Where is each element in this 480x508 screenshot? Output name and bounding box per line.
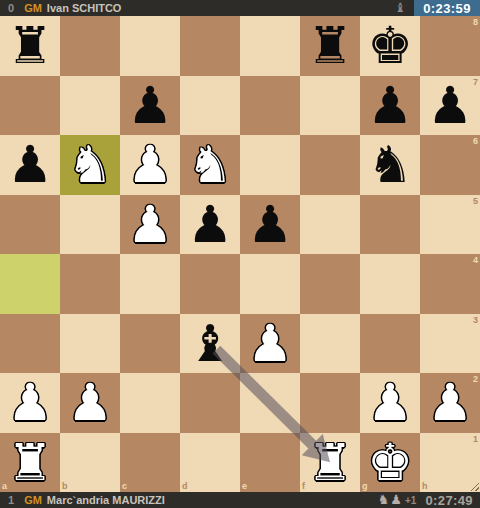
square-a7[interactable] — [0, 76, 60, 136]
rank-label-6: 6 — [473, 137, 478, 146]
square-c2[interactable] — [120, 373, 180, 433]
top-captured-bishop-icon: ♝ — [394, 0, 406, 16]
piece-black-pawn[interactable]: ♟ — [360, 76, 420, 136]
piece-white-knight[interactable]: ♞ — [180, 135, 240, 195]
file-label-h: h — [422, 482, 428, 491]
piece-white-pawn[interactable]: ♟ — [120, 195, 180, 255]
rank-label-7: 7 — [473, 78, 478, 87]
square-d3[interactable]: ♝ — [180, 314, 240, 374]
bottom-player-name[interactable]: Marc`andria MAURIZZI — [47, 494, 165, 506]
square-g7[interactable]: ♟ — [360, 76, 420, 136]
square-f8[interactable]: ♜ — [300, 16, 360, 76]
top-player-score: 0 — [8, 2, 14, 14]
square-h7[interactable]: ♟7 — [420, 76, 480, 136]
square-g5[interactable] — [360, 195, 420, 255]
board-grid: ♜♜♚8♟♟♟7♟♞♟♞♞6♟♟♟54♝♟3♟♟♟♟2♜abcde♜f♚g1h — [0, 16, 480, 492]
square-c6[interactable]: ♟ — [120, 135, 180, 195]
piece-white-pawn[interactable]: ♟ — [420, 373, 480, 433]
piece-black-rook[interactable]: ♜ — [0, 16, 60, 76]
rank-label-8: 8 — [473, 18, 478, 27]
square-b6[interactable]: ♞ — [60, 135, 120, 195]
square-b1[interactable]: b — [60, 433, 120, 493]
file-label-d: d — [182, 482, 188, 491]
piece-black-pawn[interactable]: ♟ — [120, 76, 180, 136]
file-label-b: b — [62, 482, 68, 491]
square-g1[interactable]: ♚g — [360, 433, 420, 493]
piece-white-pawn[interactable]: ♟ — [360, 373, 420, 433]
square-a4[interactable] — [0, 254, 60, 314]
square-e4[interactable] — [240, 254, 300, 314]
piece-black-knight[interactable]: ♞ — [360, 135, 420, 195]
square-a1[interactable]: ♜a — [0, 433, 60, 493]
square-c7[interactable]: ♟ — [120, 76, 180, 136]
square-h1[interactable]: 1h — [420, 433, 480, 493]
square-b7[interactable] — [60, 76, 120, 136]
top-player-bar: 0 GM Ivan SCHITCO ♝ 0:23:59 — [0, 0, 480, 16]
square-d2[interactable] — [180, 373, 240, 433]
square-b3[interactable] — [60, 314, 120, 374]
bottom-player-title: GM — [24, 494, 42, 506]
square-f4[interactable] — [300, 254, 360, 314]
rank-label-2: 2 — [473, 375, 478, 384]
square-f3[interactable] — [300, 314, 360, 374]
square-e3[interactable]: ♟ — [240, 314, 300, 374]
top-player-name[interactable]: Ivan SCHITCO — [47, 2, 122, 14]
file-label-a: a — [2, 482, 7, 491]
piece-black-rook[interactable]: ♜ — [300, 16, 360, 76]
piece-black-bishop[interactable]: ♝ — [180, 314, 240, 374]
rank-label-3: 3 — [473, 316, 478, 325]
square-h8[interactable]: 8 — [420, 16, 480, 76]
square-b5[interactable] — [60, 195, 120, 255]
chess-tv-app: 0 GM Ivan SCHITCO ♝ 0:23:59 ♜♜♚8♟♟♟7♟♞♟♞… — [0, 0, 480, 508]
square-a6[interactable]: ♟ — [0, 135, 60, 195]
bottom-player-score: 1 — [8, 494, 14, 506]
square-g4[interactable] — [360, 254, 420, 314]
bottom-captured-knight-icon: ♞ — [378, 492, 390, 508]
top-player-title: GM — [24, 2, 42, 14]
piece-black-pawn[interactable]: ♟ — [240, 195, 300, 255]
square-g2[interactable]: ♟ — [360, 373, 420, 433]
piece-black-pawn[interactable]: ♟ — [420, 76, 480, 136]
square-e6[interactable] — [240, 135, 300, 195]
square-h5[interactable]: 5 — [420, 195, 480, 255]
square-g3[interactable] — [360, 314, 420, 374]
rank-label-5: 5 — [473, 197, 478, 206]
bottom-player-bar: 1 GM Marc`andria MAURIZZI ♞♟ +1 0:27:49 — [0, 492, 480, 508]
file-label-c: c — [122, 482, 127, 491]
square-a5[interactable] — [0, 195, 60, 255]
square-h4[interactable]: 4 — [420, 254, 480, 314]
square-e7[interactable] — [240, 76, 300, 136]
square-h6[interactable]: 6 — [420, 135, 480, 195]
square-f5[interactable] — [300, 195, 360, 255]
material-diff-badge: +1 — [405, 495, 416, 506]
square-d4[interactable] — [180, 254, 240, 314]
piece-black-pawn[interactable]: ♟ — [180, 195, 240, 255]
piece-white-rook[interactable]: ♜ — [0, 433, 60, 493]
square-h3[interactable]: 3 — [420, 314, 480, 374]
square-d1[interactable]: d — [180, 433, 240, 493]
rank-label-4: 4 — [473, 256, 478, 265]
piece-white-pawn[interactable]: ♟ — [0, 373, 60, 433]
piece-white-pawn[interactable]: ♟ — [60, 373, 120, 433]
square-h2[interactable]: ♟2 — [420, 373, 480, 433]
square-c1[interactable]: c — [120, 433, 180, 493]
square-e2[interactable] — [240, 373, 300, 433]
bottom-player-captured-material: ♞♟ — [378, 492, 403, 508]
top-player-captured-material: ♝ — [394, 0, 407, 16]
square-b4[interactable] — [60, 254, 120, 314]
square-f1[interactable]: ♜f — [300, 433, 360, 493]
square-d6[interactable]: ♞ — [180, 135, 240, 195]
square-f6[interactable] — [300, 135, 360, 195]
bottom-captured-pawn-icon: ♟ — [390, 492, 402, 508]
square-a2[interactable]: ♟ — [0, 373, 60, 433]
square-c5[interactable]: ♟ — [120, 195, 180, 255]
bottom-player-clock: 0:27:49 — [418, 492, 480, 508]
square-g8[interactable]: ♚ — [360, 16, 420, 76]
piece-white-rook[interactable]: ♜ — [300, 433, 360, 493]
piece-black-pawn[interactable]: ♟ — [0, 135, 60, 195]
square-b8[interactable] — [60, 16, 120, 76]
rank-label-1: 1 — [473, 435, 478, 444]
square-g6[interactable]: ♞ — [360, 135, 420, 195]
square-e1[interactable]: e — [240, 433, 300, 493]
piece-white-king[interactable]: ♚ — [360, 433, 420, 493]
square-c4[interactable] — [120, 254, 180, 314]
square-b2[interactable]: ♟ — [60, 373, 120, 433]
square-d5[interactable]: ♟ — [180, 195, 240, 255]
square-d7[interactable] — [180, 76, 240, 136]
piece-black-king[interactable]: ♚ — [360, 16, 420, 76]
square-d8[interactable] — [180, 16, 240, 76]
square-e5[interactable]: ♟ — [240, 195, 300, 255]
file-label-g: g — [362, 482, 368, 491]
chess-board: ♜♜♚8♟♟♟7♟♞♟♞♞6♟♟♟54♝♟3♟♟♟♟2♜abcde♜f♚g1h — [0, 16, 480, 492]
top-player-clock: 0:23:59 — [414, 0, 480, 16]
square-c3[interactable] — [120, 314, 180, 374]
square-c8[interactable] — [120, 16, 180, 76]
square-a8[interactable]: ♜ — [0, 16, 60, 76]
piece-white-pawn[interactable]: ♟ — [240, 314, 300, 374]
file-label-e: e — [242, 482, 247, 491]
file-label-f: f — [302, 482, 305, 491]
square-a3[interactable] — [0, 314, 60, 374]
square-f7[interactable] — [300, 76, 360, 136]
square-f2[interactable] — [300, 373, 360, 433]
piece-white-pawn[interactable]: ♟ — [120, 135, 180, 195]
square-e8[interactable] — [240, 16, 300, 76]
piece-white-knight[interactable]: ♞ — [60, 135, 120, 195]
